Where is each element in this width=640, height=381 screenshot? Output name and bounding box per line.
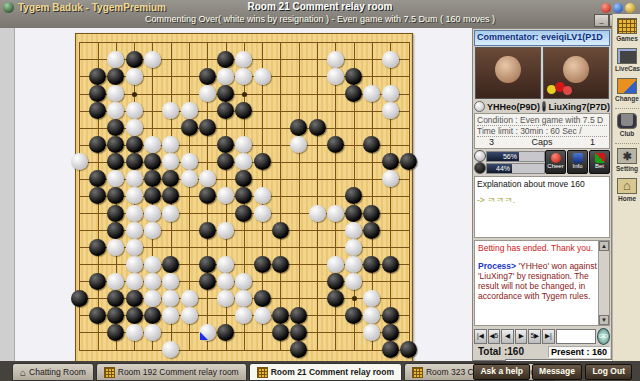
go-board[interactable] bbox=[75, 33, 413, 363]
white-player-label: YHHeo(P9D) bbox=[474, 100, 542, 113]
black-stone bbox=[327, 273, 344, 290]
white-stone bbox=[217, 273, 234, 290]
grid-line bbox=[79, 350, 409, 351]
bottom-tab-bar: ⌂ Chatting Room Room 192 Comment relay r… bbox=[0, 361, 640, 381]
white-stone-icon bbox=[474, 101, 485, 112]
nav-forward-button[interactable]: ▶ bbox=[515, 329, 528, 344]
white-stone bbox=[126, 222, 143, 239]
white-stone bbox=[309, 205, 326, 222]
explanation-body: -> ㅋㅋㅋ. bbox=[477, 195, 607, 207]
cheer-titlebar-icon[interactable] bbox=[601, 3, 611, 13]
setting-tools-icon: ✱ bbox=[617, 148, 637, 164]
white-cheer-knob-icon bbox=[474, 150, 486, 162]
white-stone bbox=[327, 205, 344, 222]
white-stone bbox=[254, 68, 271, 85]
explanation-title: Explanation about move 160 bbox=[477, 179, 607, 189]
black-stone bbox=[107, 187, 124, 204]
white-stone bbox=[126, 239, 143, 256]
commentator-header: Commentator: eveiqiLV1(P1D bbox=[474, 30, 610, 46]
white-stone bbox=[382, 85, 399, 102]
white-stone bbox=[199, 324, 216, 341]
white-stone bbox=[126, 170, 143, 187]
white-stone bbox=[199, 170, 216, 187]
bet-dice-icon bbox=[595, 153, 605, 163]
room-tab-icon bbox=[104, 367, 115, 378]
club-people-icon bbox=[617, 113, 637, 129]
black-stone bbox=[290, 341, 307, 358]
white-stone bbox=[126, 187, 143, 204]
left-window-edge bbox=[0, 28, 15, 361]
black-stone bbox=[71, 290, 88, 307]
game-condition-box: Condition : Even game with 7.5 D Time li… bbox=[474, 113, 610, 149]
title-bar: Tygem Baduk - TygemPremium Room 21 Comme… bbox=[0, 0, 640, 29]
white-stone bbox=[107, 273, 124, 290]
black-stone bbox=[107, 205, 124, 222]
white-stone bbox=[217, 290, 234, 307]
games-button[interactable]: Games bbox=[615, 18, 639, 42]
setting-button[interactable]: ✱ Setting bbox=[615, 148, 639, 172]
white-stone bbox=[126, 68, 143, 85]
black-stone bbox=[107, 136, 124, 153]
betting-message-box[interactable]: Betting has ended. Thank you. Process> '… bbox=[474, 240, 610, 326]
black-stone bbox=[345, 307, 362, 324]
white-stone bbox=[107, 85, 124, 102]
info-icon bbox=[573, 153, 583, 163]
world-titlebar-icon[interactable] bbox=[613, 3, 623, 13]
black-stone bbox=[345, 187, 362, 204]
caps-black-count: 1 bbox=[590, 137, 595, 147]
black-stone bbox=[363, 205, 380, 222]
room-title: Room 21 Comment relay room bbox=[0, 1, 640, 12]
scroll-down-icon[interactable]: ▼ bbox=[599, 315, 609, 325]
nav-forward5-button[interactable]: 5▶ bbox=[528, 329, 541, 344]
black-stone bbox=[162, 170, 179, 187]
black-stone bbox=[162, 187, 179, 204]
white-stone bbox=[144, 205, 161, 222]
nav-back5-button[interactable]: ◀5 bbox=[488, 329, 501, 344]
black-stone bbox=[107, 290, 124, 307]
black-player-photo bbox=[543, 47, 609, 99]
black-stone bbox=[89, 68, 106, 85]
star-point bbox=[242, 92, 247, 97]
black-stone bbox=[363, 136, 380, 153]
black-stone bbox=[272, 307, 289, 324]
black-stone bbox=[382, 341, 399, 358]
black-stone bbox=[290, 119, 307, 136]
white-stone bbox=[181, 290, 198, 307]
black-stone bbox=[382, 256, 399, 273]
white-stone bbox=[144, 51, 161, 68]
star-point bbox=[132, 92, 137, 97]
black-stone bbox=[345, 205, 362, 222]
black-stone bbox=[107, 153, 124, 170]
black-stone bbox=[126, 51, 143, 68]
white-stone bbox=[144, 136, 161, 153]
white-stone bbox=[162, 102, 179, 119]
black-stone bbox=[382, 307, 399, 324]
black-stone bbox=[217, 51, 234, 68]
white-stone bbox=[345, 239, 362, 256]
white-stone bbox=[162, 341, 179, 358]
white-player-photo bbox=[475, 47, 541, 99]
white-stone bbox=[254, 307, 271, 324]
white-stone bbox=[126, 205, 143, 222]
white-cheer-bar: 56% bbox=[487, 152, 519, 161]
black-stone bbox=[126, 153, 143, 170]
black-stone bbox=[327, 136, 344, 153]
white-stone bbox=[217, 68, 234, 85]
right-toolbar: Games LiveCast Change Club ✱ Setting ⌂ H… bbox=[612, 14, 640, 361]
game-sidebar: Commentator: eveiqiLV1(P1D YHHeo(P9D) Li… bbox=[472, 28, 612, 361]
move-explanation-box[interactable]: Explanation about move 160 -> ㅋㅋㅋ. bbox=[474, 176, 610, 238]
black-stone bbox=[126, 307, 143, 324]
nav-back-button[interactable]: ◀ bbox=[501, 329, 514, 344]
white-stone bbox=[107, 102, 124, 119]
move-navigation: |◀ ◀5 ◀ ▶ 5▶ ▶| GO bbox=[474, 328, 610, 344]
black-stone bbox=[235, 102, 252, 119]
black-stone bbox=[107, 119, 124, 136]
bet-button[interactable]: Bet bbox=[589, 150, 610, 174]
nav-first-button[interactable]: |◀ bbox=[474, 329, 487, 344]
black-stone bbox=[107, 222, 124, 239]
white-stone bbox=[235, 51, 252, 68]
black-stone bbox=[144, 170, 161, 187]
white-stone bbox=[162, 307, 179, 324]
grid-line bbox=[299, 42, 300, 350]
caps-label: Caps bbox=[531, 137, 552, 147]
cube-icon bbox=[617, 78, 637, 94]
white-stone bbox=[327, 68, 344, 85]
white-stone bbox=[126, 102, 143, 119]
black-stone bbox=[89, 136, 106, 153]
white-stone bbox=[144, 256, 161, 273]
white-stone bbox=[382, 102, 399, 119]
black-stone bbox=[89, 307, 106, 324]
black-stone bbox=[126, 136, 143, 153]
process-label: Process> bbox=[478, 261, 516, 271]
black-stone bbox=[309, 119, 326, 136]
white-stone bbox=[345, 256, 362, 273]
black-stone bbox=[144, 153, 161, 170]
white-stone bbox=[235, 290, 252, 307]
change-button[interactable]: Change bbox=[615, 78, 639, 102]
room-tab-icon bbox=[257, 367, 268, 378]
betting-ended-text: Betting has ended. Thank you. bbox=[478, 243, 597, 253]
home-button[interactable]: ⌂ Home bbox=[615, 178, 639, 202]
room-tab-icon bbox=[412, 367, 423, 378]
black-stone bbox=[272, 222, 289, 239]
black-stone bbox=[254, 153, 271, 170]
scroll-up-icon[interactable]: ▲ bbox=[599, 241, 609, 251]
black-stone bbox=[254, 256, 271, 273]
black-stone bbox=[217, 153, 234, 170]
caps-white-count: 3 bbox=[489, 137, 494, 147]
tab-room-21[interactable]: Room 21 Comment relay room bbox=[249, 363, 402, 381]
white-stone bbox=[217, 187, 234, 204]
flower-bouquet-icon bbox=[546, 82, 572, 96]
black-stone bbox=[345, 85, 362, 102]
white-stone bbox=[345, 273, 362, 290]
time-limit-line: Time limit : 30min : 60 Sec / bbox=[477, 126, 607, 137]
grid-line bbox=[409, 42, 410, 350]
white-stone bbox=[181, 170, 198, 187]
tv-icon bbox=[617, 48, 637, 64]
present-move-label: Present : 160 bbox=[548, 346, 610, 358]
white-stone bbox=[327, 256, 344, 273]
white-stone bbox=[254, 187, 271, 204]
black-stone bbox=[217, 324, 234, 341]
white-stone bbox=[235, 307, 252, 324]
star-point bbox=[352, 296, 357, 301]
games-board-icon bbox=[617, 18, 637, 34]
message-button[interactable]: Message bbox=[532, 364, 582, 380]
white-stone bbox=[144, 290, 161, 307]
white-stone bbox=[363, 324, 380, 341]
white-stone bbox=[181, 153, 198, 170]
black-stone bbox=[89, 102, 106, 119]
black-stone bbox=[235, 205, 252, 222]
white-stone bbox=[181, 102, 198, 119]
total-moves-label: Total :160 bbox=[474, 346, 524, 357]
black-stone bbox=[89, 187, 106, 204]
white-stone bbox=[126, 256, 143, 273]
white-stone bbox=[181, 307, 198, 324]
black-stone bbox=[235, 187, 252, 204]
white-stone bbox=[107, 51, 124, 68]
black-stone bbox=[162, 256, 179, 273]
white-stone bbox=[199, 85, 216, 102]
black-stone bbox=[89, 239, 106, 256]
white-stone bbox=[144, 324, 161, 341]
white-stone bbox=[217, 256, 234, 273]
white-stone bbox=[162, 153, 179, 170]
livecast-button[interactable]: LiveCast bbox=[615, 48, 639, 72]
black-stone bbox=[382, 324, 399, 341]
black-stone bbox=[89, 170, 106, 187]
black-stone bbox=[199, 222, 216, 239]
toolbar-divider bbox=[615, 108, 639, 109]
white-stone bbox=[144, 222, 161, 239]
home-icon: ⌂ bbox=[617, 178, 637, 194]
black-stone bbox=[327, 290, 344, 307]
black-stone bbox=[382, 153, 399, 170]
black-player-label: LiuXing7(P7D) bbox=[542, 100, 610, 113]
white-stone bbox=[235, 136, 252, 153]
black-stone bbox=[199, 119, 216, 136]
black-stone bbox=[363, 256, 380, 273]
white-stone bbox=[327, 51, 344, 68]
white-stone bbox=[382, 170, 399, 187]
black-cheer-knob-icon bbox=[474, 162, 486, 174]
tab-room-192[interactable]: Room 192 Comment relay room bbox=[96, 363, 247, 381]
ask-help-button[interactable]: Ask a help bbox=[473, 364, 530, 380]
black-stone bbox=[272, 324, 289, 341]
toolbar-divider bbox=[615, 143, 639, 144]
white-stone bbox=[290, 136, 307, 153]
white-stone bbox=[345, 222, 362, 239]
black-stone bbox=[217, 102, 234, 119]
black-stone bbox=[89, 85, 106, 102]
white-stone bbox=[235, 153, 252, 170]
black-stone bbox=[181, 119, 198, 136]
black-stone bbox=[199, 68, 216, 85]
white-stone bbox=[235, 273, 252, 290]
cheer-bars: 56% 44% bbox=[474, 150, 545, 174]
minimize-button[interactable]: _ bbox=[594, 14, 609, 27]
black-stone bbox=[144, 307, 161, 324]
grid-line bbox=[280, 42, 281, 350]
white-stone bbox=[107, 239, 124, 256]
cheer-button[interactable]: Cheer bbox=[545, 150, 566, 174]
condition-line: Condition : Even game with 7.5 D bbox=[477, 115, 607, 126]
black-stone bbox=[400, 341, 417, 358]
tab-chatting-room[interactable]: ⌂ Chatting Room bbox=[12, 363, 94, 381]
cheer-icon bbox=[551, 153, 561, 163]
black-cheer-bar: 44% bbox=[487, 164, 512, 173]
white-stone bbox=[363, 307, 380, 324]
black-stone bbox=[254, 290, 271, 307]
white-stone bbox=[162, 290, 179, 307]
move-number-input[interactable] bbox=[556, 329, 596, 344]
white-stone bbox=[126, 324, 143, 341]
white-stone bbox=[126, 273, 143, 290]
last-move-marker bbox=[200, 332, 208, 340]
white-stone bbox=[162, 273, 179, 290]
white-stone bbox=[363, 85, 380, 102]
black-stone bbox=[272, 256, 289, 273]
white-stone bbox=[126, 119, 143, 136]
black-stone bbox=[363, 222, 380, 239]
go-button[interactable]: GO bbox=[597, 328, 610, 345]
grid-line bbox=[317, 42, 318, 350]
logout-button[interactable]: Log Out bbox=[585, 364, 632, 380]
white-stone bbox=[144, 273, 161, 290]
black-stone bbox=[290, 324, 307, 341]
captures-row: 3 Caps 1 bbox=[477, 137, 607, 147]
nav-last-button[interactable]: ▶| bbox=[542, 329, 555, 344]
black-stone bbox=[235, 170, 252, 187]
white-stone bbox=[162, 136, 179, 153]
white-stone bbox=[71, 153, 88, 170]
message-scrollbar[interactable]: ▲ ▼ bbox=[598, 241, 609, 325]
black-stone bbox=[199, 273, 216, 290]
white-stone bbox=[217, 222, 234, 239]
black-stone bbox=[290, 307, 307, 324]
white-stone bbox=[363, 290, 380, 307]
home-tab-icon: ⌂ bbox=[20, 368, 26, 377]
pin-titlebar-icon[interactable] bbox=[625, 3, 635, 13]
black-stone bbox=[217, 85, 234, 102]
black-stone-icon bbox=[542, 101, 546, 112]
black-stone bbox=[199, 187, 216, 204]
black-stone bbox=[217, 136, 234, 153]
white-stone bbox=[235, 68, 252, 85]
black-stone bbox=[107, 307, 124, 324]
white-stone bbox=[162, 205, 179, 222]
white-stone bbox=[107, 170, 124, 187]
club-button[interactable]: Club bbox=[615, 113, 639, 137]
black-stone bbox=[107, 324, 124, 341]
info-button[interactable]: Info bbox=[567, 150, 588, 174]
black-stone bbox=[126, 290, 143, 307]
player-photos bbox=[474, 46, 610, 100]
black-stone bbox=[199, 256, 216, 273]
black-stone bbox=[89, 273, 106, 290]
game-status-line: Commenting Over( white wins by resignati… bbox=[0, 14, 640, 24]
white-stone bbox=[382, 51, 399, 68]
white-stone bbox=[254, 205, 271, 222]
black-stone bbox=[345, 68, 362, 85]
black-stone bbox=[107, 68, 124, 85]
black-stone bbox=[144, 187, 161, 204]
